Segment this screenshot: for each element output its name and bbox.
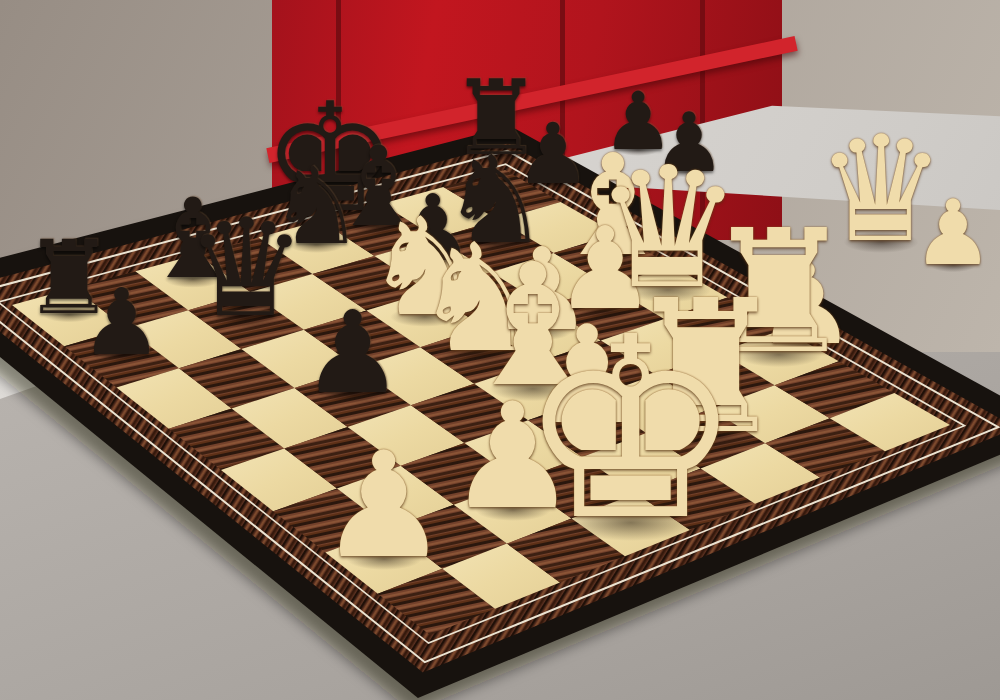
chess-photo-scene: ♜♝♞♝♟♛♟♞♞♝♟♞♟♟♛♝♟♜♟♟♜♚♚♜♟♟♟♛♟♟ xyxy=(0,0,1000,700)
piece-black-pawn-a7[interactable]: ♟ xyxy=(80,277,162,369)
piece-black-queen-c7[interactable]: ♛ xyxy=(185,201,306,336)
piece-white-pawn-a2[interactable]: ♟ xyxy=(318,432,449,578)
piece-black-pawn-c5[interactable]: ♟ xyxy=(302,297,404,411)
piece-white-king-d1[interactable]: ♚ xyxy=(518,304,743,555)
display-white-pawn-on-table[interactable]: ♟ xyxy=(913,188,994,278)
